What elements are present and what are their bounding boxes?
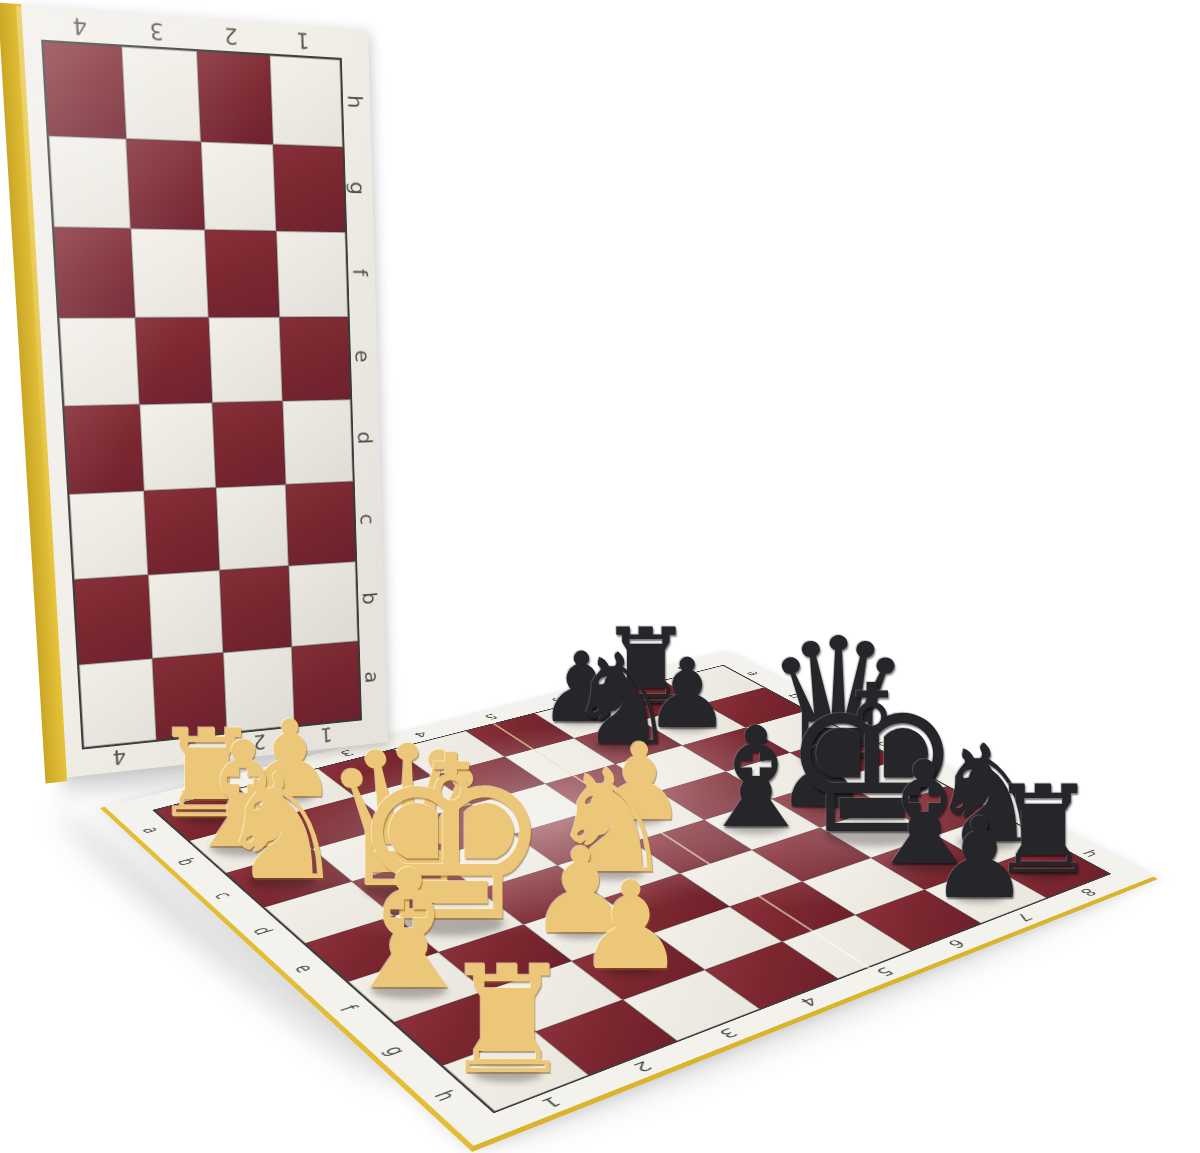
- rank-label-top-6: 6: [548, 696, 568, 705]
- rank-label-bottom-3: 3: [714, 1025, 741, 1041]
- standing-square-r3c0: [59, 317, 139, 406]
- file-label-left-d: d: [247, 924, 277, 937]
- standing-side-label-f: f: [349, 269, 371, 277]
- standing-square-r5c3: [286, 481, 356, 566]
- file-label-right-f: f: [972, 792, 992, 800]
- rank-label-top-2: 2: [259, 767, 280, 777]
- standing-square-r1c3: [273, 144, 345, 232]
- rank-label-bottom-7: 7: [1011, 911, 1036, 924]
- standing-square-r0c1: [122, 47, 201, 142]
- rank-label-top-3: 3: [336, 748, 357, 758]
- rank-label-bottom-8: 8: [1075, 886, 1100, 898]
- standing-square-r4c1: [140, 403, 216, 491]
- standing-bottom-label-3: 3: [184, 737, 198, 761]
- standing-square-r7c0: [79, 658, 156, 747]
- standing-square-r5c1: [144, 487, 220, 575]
- standing-side-label-a: a: [361, 670, 383, 684]
- standing-square-r2c1: [131, 228, 209, 317]
- file-label-right-c: c: [828, 715, 849, 722]
- standing-square-r6c3: [289, 561, 358, 646]
- standing-bottom-label-1: 1: [320, 723, 333, 746]
- standing-board-coordinate-labels: 43214321hgfedcba: [16, 6, 368, 30]
- file-label-left-f: f: [334, 1002, 363, 1014]
- standing-square-r2c3: [276, 231, 348, 317]
- standing-square-r7c2: [223, 646, 294, 732]
- standing-square-r3c1: [135, 317, 212, 405]
- standing-square-r3c2: [209, 317, 283, 403]
- standing-square-r1c1: [126, 138, 205, 229]
- rank-label-top-8: 8: [673, 664, 692, 672]
- standing-square-r4c2: [212, 401, 285, 487]
- standing-square-r1c0: [49, 135, 131, 228]
- rank-label-top-4: 4: [410, 730, 430, 739]
- standing-square-r5c2: [216, 484, 289, 570]
- file-label-left-a: a: [137, 825, 165, 835]
- standing-square-r6c0: [74, 575, 152, 664]
- standing-square-r1c2: [201, 141, 276, 231]
- file-label-left-h: h: [428, 1087, 461, 1103]
- file-label-right-e: e: [921, 764, 944, 773]
- standing-square-r7c1: [152, 652, 226, 740]
- standing-bottom-label-2: 2: [253, 730, 266, 754]
- standing-side-label-c: c: [356, 513, 378, 525]
- file-label-left-g: g: [379, 1043, 412, 1058]
- standing-board-grid: [41, 40, 362, 750]
- standing-square-r6c1: [148, 570, 223, 658]
- rank-label-top-7: 7: [612, 680, 631, 688]
- rank-label-bottom-2: 2: [628, 1058, 656, 1075]
- rank-label-top-5: 5: [481, 712, 501, 721]
- standing-top-label-2: 2: [224, 23, 238, 49]
- standing-side-label-b: b: [359, 591, 381, 605]
- file-label-left-c: c: [209, 890, 238, 901]
- standing-bottom-label-4: 4: [112, 745, 127, 770]
- file-label-right-b: b: [784, 692, 806, 700]
- standing-side-label-h: h: [343, 94, 366, 109]
- file-label-left-b: b: [172, 856, 201, 867]
- file-label-right-d: d: [873, 739, 895, 747]
- standing-square-r4c3: [283, 399, 353, 484]
- standing-square-r6c2: [220, 566, 292, 652]
- standing-top-label-3: 3: [149, 18, 164, 45]
- standing-square-r7c3: [292, 641, 361, 726]
- standing-side-label-d: d: [354, 431, 376, 445]
- standing-square-r0c3: [270, 56, 343, 147]
- product-photo-chess-set: { "game": "chess", "scene": { "descripti…: [0, 0, 1200, 1153]
- standing-top-label-4: 4: [72, 12, 88, 39]
- standing-top-label-1: 1: [296, 28, 310, 54]
- rank-label-bottom-4: 4: [795, 994, 822, 1009]
- rank-label-bottom-5: 5: [871, 965, 897, 979]
- standing-square-r2c0: [54, 227, 135, 317]
- rank-label-bottom-1: 1: [536, 1094, 564, 1112]
- standing-square-r3c3: [279, 316, 350, 401]
- standing-side-label-e: e: [351, 349, 373, 362]
- standing-side-label-g: g: [346, 181, 369, 195]
- standing-half-board: 43214321hgfedcba: [16, 6, 388, 778]
- standing-square-r4c0: [64, 404, 144, 493]
- standing-square-r2c2: [205, 230, 280, 317]
- file-label-left-e: e: [289, 962, 320, 975]
- standing-square-r0c0: [43, 42, 126, 138]
- file-label-right-a: a: [743, 670, 764, 677]
- rank-label-top-1: 1: [177, 788, 198, 799]
- rank-label-bottom-6: 6: [943, 937, 969, 950]
- standing-square-r0c2: [197, 51, 273, 144]
- standing-square-r5c0: [69, 490, 148, 579]
